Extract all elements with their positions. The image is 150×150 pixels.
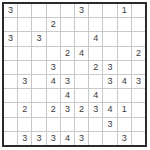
cell-r6c8[interactable]: 3 [103,75,116,88]
cell-r6c4[interactable]: 4 [47,75,60,88]
cell-r9c5[interactable] [61,118,74,131]
cell-r9c6[interactable] [75,118,88,131]
cell-r7c9[interactable] [118,89,131,102]
cell-r4c8[interactable] [103,47,116,60]
cell-r2c10[interactable] [132,18,145,31]
cell-r7c8[interactable] [103,89,116,102]
cell-r2c9[interactable] [118,18,131,31]
cell-r1c5[interactable] [61,4,74,17]
cell-r5c10[interactable] [132,61,145,74]
cell-r5c1[interactable] [4,61,17,74]
cell-r6c10[interactable]: 3 [132,75,145,88]
cell-r8c4[interactable]: 2 [47,103,60,116]
cell-r5c7[interactable]: 2 [89,61,102,74]
cell-r8c8[interactable]: 4 [103,103,116,116]
cell-r9c7[interactable] [89,118,102,131]
cell-r6c2[interactable]: 3 [18,75,31,88]
cell-r6c3[interactable] [32,75,45,88]
cell-r5c6[interactable] [75,61,88,74]
cell-r7c3[interactable] [32,89,45,102]
cell-r1c2[interactable] [18,4,31,17]
cell-r4c7[interactable] [89,47,102,60]
cell-r9c10[interactable] [132,118,145,131]
cell-r2c3[interactable] [32,18,45,31]
cell-r9c9[interactable] [118,118,131,131]
cell-r7c2[interactable] [18,89,31,102]
cell-r5c5[interactable] [61,61,74,74]
cell-r4c9[interactable] [118,47,131,60]
cell-r4c1[interactable] [4,47,17,60]
cell-r4c6[interactable]: 4 [75,47,88,60]
cell-r9c4[interactable] [47,118,60,131]
cell-r10c7[interactable] [89,132,102,145]
cell-r1c10[interactable] [132,4,145,17]
cell-r7c1[interactable] [4,89,17,102]
cell-r1c4[interactable] [47,4,60,17]
cell-r3c8[interactable] [103,32,116,45]
cell-r3c3[interactable]: 3 [32,32,45,45]
cell-r6c6[interactable] [75,75,88,88]
cell-r2c7[interactable] [89,18,102,31]
cell-r5c9[interactable] [118,61,131,74]
cell-r10c8[interactable] [103,132,116,145]
cell-r9c8[interactable]: 3 [103,118,116,131]
cell-r6c9[interactable]: 4 [118,75,131,88]
cell-r2c1[interactable] [4,18,17,31]
cell-r8c5[interactable]: 3 [61,103,74,116]
cell-r4c4[interactable] [47,47,60,60]
cell-r4c5[interactable]: 2 [61,47,74,60]
cell-r3c9[interactable] [118,32,131,45]
cell-r1c3[interactable] [32,4,45,17]
cell-r2c6[interactable] [75,18,88,31]
cell-r7c7[interactable]: 4 [89,89,102,102]
cell-r4c2[interactable] [18,47,31,60]
cell-r8c2[interactable]: 2 [18,103,31,116]
cell-r2c5[interactable] [61,18,74,31]
cell-r1c6[interactable]: 3 [75,4,88,17]
cell-r8c7[interactable]: 3 [89,103,102,116]
cell-r10c6[interactable]: 3 [75,132,88,145]
cell-r10c9[interactable]: 3 [118,132,131,145]
cell-r5c8[interactable]: 3 [103,61,116,74]
cell-r10c10[interactable] [132,132,145,145]
cell-r10c2[interactable]: 3 [18,132,31,145]
cell-r8c9[interactable]: 1 [118,103,131,116]
puzzle-board: 33123342423233433434422323413333433 [2,2,147,147]
cell-r8c6[interactable]: 2 [75,103,88,116]
cell-r6c1[interactable] [4,75,17,88]
cell-r3c1[interactable]: 3 [4,32,17,45]
cell-r10c5[interactable]: 4 [61,132,74,145]
cell-r1c7[interactable] [89,4,102,17]
cell-r9c2[interactable] [18,118,31,131]
cell-r5c4[interactable]: 3 [47,61,60,74]
cell-r3c10[interactable] [132,32,145,45]
cell-r1c1[interactable]: 3 [4,4,17,17]
cell-r6c7[interactable] [89,75,102,88]
cell-r8c1[interactable] [4,103,17,116]
cell-r6c5[interactable]: 3 [61,75,74,88]
cell-r3c6[interactable] [75,32,88,45]
cell-r3c7[interactable]: 4 [89,32,102,45]
cell-r7c5[interactable]: 4 [61,89,74,102]
cell-r3c5[interactable] [61,32,74,45]
cell-r2c2[interactable] [18,18,31,31]
cell-r1c8[interactable] [103,4,116,17]
cell-r9c3[interactable] [32,118,45,131]
cell-r5c3[interactable] [32,61,45,74]
cell-r4c3[interactable] [32,47,45,60]
cell-r10c3[interactable]: 3 [32,132,45,145]
cell-r7c6[interactable] [75,89,88,102]
cell-r4c10[interactable]: 2 [132,47,145,60]
cell-r5c2[interactable] [18,61,31,74]
cell-r8c3[interactable] [32,103,45,116]
cell-r2c4[interactable]: 2 [47,18,60,31]
cell-r9c1[interactable] [4,118,17,131]
cell-r3c4[interactable] [47,32,60,45]
puzzle-grid: 33123342423233433434422323413333433 [4,4,145,145]
cell-r2c8[interactable] [103,18,116,31]
cell-r10c1[interactable] [4,132,17,145]
cell-r3c2[interactable] [18,32,31,45]
cell-r7c4[interactable] [47,89,60,102]
cell-r7c10[interactable] [132,89,145,102]
cell-r10c4[interactable]: 3 [47,132,60,145]
cell-r1c9[interactable]: 1 [118,4,131,17]
cell-r8c10[interactable] [132,103,145,116]
